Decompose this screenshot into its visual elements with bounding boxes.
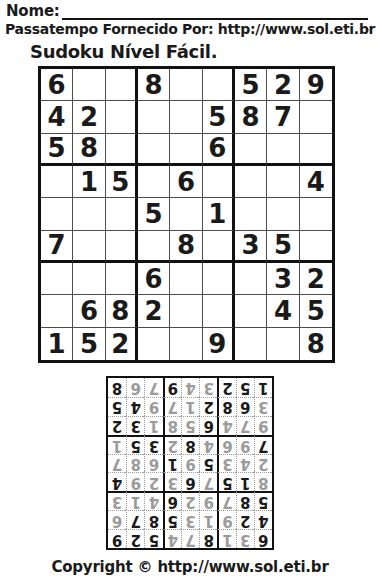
solution-cell-r3c3: 7: [217, 491, 235, 510]
puzzle-cell-r7c7[interactable]: [235, 263, 267, 295]
puzzle-cell-r3c9[interactable]: [300, 134, 332, 166]
solution-cell-r8c5: 1: [181, 397, 199, 416]
puzzle-cell-r5c6: 1: [203, 198, 235, 230]
puzzle-cell-r1c7: 5: [235, 69, 267, 101]
solution-cell-r3c5: 2: [181, 491, 199, 510]
solution-cell-r1c2: 3: [236, 529, 254, 548]
puzzle-cell-r8c6[interactable]: [203, 295, 235, 327]
copyright-line: Copyright © http://www.sol.eti.br: [0, 558, 380, 576]
puzzle-cell-r8c3: 8: [106, 295, 138, 327]
puzzle-cell-r7c1[interactable]: [41, 263, 73, 295]
puzzle-cell-r8c8: 4: [267, 295, 299, 327]
solution-cell-r5c6: 1: [163, 454, 181, 473]
puzzle-cell-r3c6: 6: [203, 134, 235, 166]
puzzle-cell-r4c7[interactable]: [235, 166, 267, 198]
puzzle-cell-r5c3[interactable]: [106, 198, 138, 230]
puzzle-cell-r9c2: 5: [73, 328, 105, 360]
solution-cell-r2c5: 3: [181, 510, 199, 529]
puzzle-cell-r8c4: 2: [138, 295, 170, 327]
puzzle-cell-r1c5[interactable]: [170, 69, 202, 101]
solution-cell-r1c1: 6: [254, 529, 272, 548]
solution-cell-r1c7: 5: [144, 529, 162, 548]
solution-cell-r6c5: 8: [181, 435, 199, 454]
puzzle-cell-r5c5[interactable]: [170, 198, 202, 230]
solution-cell-r6c7: 3: [144, 435, 162, 454]
puzzle-cell-r5c1[interactable]: [41, 198, 73, 230]
puzzle-cell-r4c2: 1: [73, 166, 105, 198]
puzzle-cell-r5c4: 5: [138, 198, 170, 230]
solution-cell-r5c1: 2: [254, 454, 272, 473]
solution-cell-r4c9: 4: [108, 472, 126, 491]
puzzle-cell-r3c8[interactable]: [267, 134, 299, 166]
solution-cell-r2c4: 1: [199, 510, 217, 529]
solution-cell-r3c4: 9: [199, 491, 217, 510]
solution-cell-r4c2: 1: [236, 472, 254, 491]
solution-cell-r2c7: 8: [144, 510, 162, 529]
solution-cell-r5c4: 5: [199, 454, 217, 473]
solution-cell-r2c3: 9: [217, 510, 235, 529]
solution-cell-r9c2: 5: [236, 378, 254, 397]
puzzle-cell-r4c9: 4: [300, 166, 332, 198]
solution-cell-r7c8: 3: [126, 416, 144, 435]
solution-cell-r1c3: 1: [217, 529, 235, 548]
solution-cell-r2c2: 2: [236, 510, 254, 529]
solution-cell-r1c8: 2: [126, 529, 144, 548]
puzzle-cell-r2c8: 7: [267, 101, 299, 133]
puzzle-cell-r9c3: 2: [106, 328, 138, 360]
puzzle-cell-r6c3[interactable]: [106, 231, 138, 263]
solution-cell-r3c1: 5: [254, 491, 272, 510]
solution-cell-r6c3: 6: [217, 435, 235, 454]
solution-cell-r2c1: 4: [254, 510, 272, 529]
puzzle-cell-r6c5: 8: [170, 231, 202, 263]
puzzle-cell-r9c8[interactable]: [267, 328, 299, 360]
puzzle-cell-r2c4[interactable]: [138, 101, 170, 133]
solution-cell-r8c9: 5: [108, 397, 126, 416]
solution-cell-r5c2: 4: [236, 454, 254, 473]
name-row: Nome:: [6, 2, 368, 20]
puzzle-cell-r6c8: 5: [267, 231, 299, 263]
puzzle-cell-r9c9: 8: [300, 328, 332, 360]
solution-cell-r6c8: 5: [126, 435, 144, 454]
solution-cell-r4c5: 6: [181, 472, 199, 491]
puzzle-cell-r4c6[interactable]: [203, 166, 235, 198]
solution-cell-r9c4: 3: [199, 378, 217, 397]
puzzle-cell-r7c6[interactable]: [203, 263, 235, 295]
puzzle-cell-r8c1[interactable]: [41, 295, 73, 327]
solution-cell-r7c9: 2: [108, 416, 126, 435]
provider-line: Passatempo Fornecido Por: http://www.sol…: [5, 21, 377, 37]
solution-cell-r2c9: 6: [108, 510, 126, 529]
solution-cell-r6c2: 9: [236, 435, 254, 454]
solution-cell-r9c9: 8: [108, 378, 126, 397]
solution-cell-r8c6: 7: [163, 397, 181, 416]
solution-cell-r4c3: 5: [217, 472, 235, 491]
puzzle-cell-r6c6[interactable]: [203, 231, 235, 263]
puzzle-cell-r4c4[interactable]: [138, 166, 170, 198]
solution-cell-r6c6: 2: [163, 435, 181, 454]
sudoku-worksheet-page: Nome: Passatempo Fornecido Por: http://w…: [0, 0, 380, 585]
puzzle-cell-r9c6: 9: [203, 328, 235, 360]
puzzle-cell-r1c4: 8: [138, 69, 170, 101]
puzzle-cell-r5c8[interactable]: [267, 198, 299, 230]
puzzle-cell-r2c9[interactable]: [300, 101, 332, 133]
puzzle-cell-r7c9: 2: [300, 263, 332, 295]
sudoku-puzzle-grid: 685294258758615645178356326824515298: [38, 66, 335, 363]
solution-cell-r3c6: 6: [163, 491, 181, 510]
solution-cell-r7c1: 9: [254, 416, 272, 435]
puzzle-cell-r6c7: 3: [235, 231, 267, 263]
solution-cell-r7c6: 8: [163, 416, 181, 435]
solution-cell-r9c1: 1: [254, 378, 272, 397]
solution-cell-r7c4: 6: [199, 416, 217, 435]
puzzle-cell-r3c5[interactable]: [170, 134, 202, 166]
solution-cell-r7c2: 7: [236, 416, 254, 435]
solution-cell-r4c6: 3: [163, 472, 181, 491]
solution-cell-r8c8: 4: [126, 397, 144, 416]
puzzle-cell-r2c6: 5: [203, 101, 235, 133]
puzzle-cell-r4c3: 5: [106, 166, 138, 198]
puzzle-cell-r2c2: 2: [73, 101, 105, 133]
puzzle-cell-r3c3[interactable]: [106, 134, 138, 166]
puzzle-cell-r2c7: 8: [235, 101, 267, 133]
solution-cell-r6c9: 1: [108, 435, 126, 454]
solution-cell-r8c3: 8: [217, 397, 235, 416]
puzzle-cell-r2c5[interactable]: [170, 101, 202, 133]
solution-cell-r5c9: 7: [108, 454, 126, 473]
solution-cell-r6c1: 7: [254, 435, 272, 454]
puzzle-cell-r8c2: 6: [73, 295, 105, 327]
puzzle-cell-r7c2[interactable]: [73, 263, 105, 295]
solution-cell-r1c5: 7: [181, 529, 199, 548]
puzzle-cell-r9c4[interactable]: [138, 328, 170, 360]
solution-cell-r8c2: 6: [236, 397, 254, 416]
puzzle-cell-r1c1: 6: [41, 69, 73, 101]
solution-cell-r7c3: 4: [217, 416, 235, 435]
solution-cell-r5c5: 9: [181, 454, 199, 473]
puzzle-cell-r9c5[interactable]: [170, 328, 202, 360]
solution-cell-r1c6: 4: [163, 529, 181, 548]
name-underline[interactable]: [62, 2, 368, 20]
puzzle-cell-r4c8[interactable]: [267, 166, 299, 198]
solution-cell-r4c7: 2: [144, 472, 162, 491]
puzzle-cell-r9c7[interactable]: [235, 328, 267, 360]
puzzle-cell-r3c7[interactable]: [235, 134, 267, 166]
puzzle-cell-r9c1: 1: [41, 328, 73, 360]
puzzle-cell-r7c4: 6: [138, 263, 170, 295]
name-label: Nome:: [6, 2, 60, 20]
solution-cell-r8c7: 9: [144, 397, 162, 416]
solution-cell-r7c5: 5: [181, 416, 199, 435]
solution-cell-r9c7: 7: [144, 378, 162, 397]
solution-cell-r3c2: 8: [236, 491, 254, 510]
puzzle-cell-r3c4[interactable]: [138, 134, 170, 166]
puzzle-cell-r2c3[interactable]: [106, 101, 138, 133]
puzzle-cell-r1c9: 9: [300, 69, 332, 101]
solution-cell-r9c3: 2: [217, 378, 235, 397]
solution-cell-r4c8: 9: [126, 472, 144, 491]
solution-cell-r3c7: 4: [144, 491, 162, 510]
page-title: Sudoku Nível Fácil.: [30, 41, 217, 62]
solution-cell-r3c9: 3: [108, 491, 126, 510]
puzzle-cell-r5c7[interactable]: [235, 198, 267, 230]
solution-cell-r8c4: 2: [199, 397, 217, 416]
puzzle-cell-r8c7[interactable]: [235, 295, 267, 327]
solution-cell-r1c9: 9: [108, 529, 126, 548]
puzzle-cell-r8c5[interactable]: [170, 295, 202, 327]
solution-cell-r5c7: 6: [144, 454, 162, 473]
puzzle-cell-r7c5[interactable]: [170, 263, 202, 295]
solution-cell-r5c8: 8: [126, 454, 144, 473]
solution-cell-r7c7: 1: [144, 416, 162, 435]
puzzle-cell-r4c5: 6: [170, 166, 202, 198]
solution-cell-r2c6: 5: [163, 510, 181, 529]
puzzle-cell-r1c6[interactable]: [203, 69, 235, 101]
puzzle-cell-r4c1[interactable]: [41, 166, 73, 198]
puzzle-cell-r6c4[interactable]: [138, 231, 170, 263]
solution-cell-r9c5: 4: [181, 378, 199, 397]
puzzle-cell-r6c9[interactable]: [300, 231, 332, 263]
puzzle-cell-r6c1: 7: [41, 231, 73, 263]
puzzle-cell-r3c1: 5: [41, 134, 73, 166]
puzzle-cell-r1c3[interactable]: [106, 69, 138, 101]
solution-cell-r4c1: 8: [254, 472, 272, 491]
puzzle-cell-r7c8: 3: [267, 263, 299, 295]
solution-cell-r1c4: 8: [199, 529, 217, 548]
puzzle-cell-r7c3[interactable]: [106, 263, 138, 295]
puzzle-cell-r5c9[interactable]: [300, 198, 332, 230]
solution-cell-r6c4: 4: [199, 435, 217, 454]
puzzle-cell-r3c2: 8: [73, 134, 105, 166]
puzzle-cell-r8c9: 5: [300, 295, 332, 327]
solution-cell-r4c4: 7: [199, 472, 217, 491]
puzzle-cell-r2c1: 4: [41, 101, 73, 133]
solution-cell-r5c3: 3: [217, 454, 235, 473]
solution-cell-r2c8: 7: [126, 510, 144, 529]
solution-cell-r8c1: 3: [254, 397, 272, 416]
puzzle-cell-r6c2[interactable]: [73, 231, 105, 263]
solution-cell-r9c8: 6: [126, 378, 144, 397]
sudoku-solution-grid-rotated: 6318745294291358765879264138157632942435…: [106, 376, 274, 550]
solution-cell-r9c6: 9: [163, 378, 181, 397]
solution-cell-r3c8: 1: [126, 491, 144, 510]
puzzle-cell-r1c8: 2: [267, 69, 299, 101]
puzzle-cell-r5c2[interactable]: [73, 198, 105, 230]
puzzle-cell-r1c2[interactable]: [73, 69, 105, 101]
